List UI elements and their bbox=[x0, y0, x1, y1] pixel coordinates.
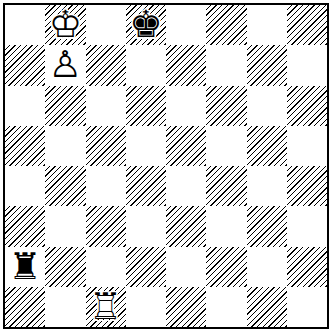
square-c7[interactable] bbox=[86, 45, 126, 85]
square-e6[interactable] bbox=[166, 86, 206, 126]
square-g7[interactable] bbox=[247, 45, 287, 85]
square-c6[interactable] bbox=[86, 86, 126, 126]
square-b4[interactable] bbox=[45, 166, 85, 206]
square-d3[interactable] bbox=[126, 206, 166, 246]
square-f6[interactable] bbox=[206, 86, 246, 126]
square-g4[interactable] bbox=[247, 166, 287, 206]
square-b3[interactable] bbox=[45, 206, 85, 246]
square-a5[interactable] bbox=[5, 126, 45, 166]
square-g3[interactable] bbox=[247, 206, 287, 246]
square-b2[interactable] bbox=[45, 247, 85, 287]
square-c8[interactable] bbox=[86, 5, 126, 45]
square-d7[interactable] bbox=[126, 45, 166, 85]
square-d1[interactable] bbox=[126, 287, 166, 327]
square-e7[interactable] bbox=[166, 45, 206, 85]
square-d2[interactable] bbox=[126, 247, 166, 287]
square-g8[interactable] bbox=[247, 5, 287, 45]
square-h4[interactable] bbox=[287, 166, 327, 206]
black-rook: ♜ bbox=[5, 247, 45, 287]
square-h5[interactable] bbox=[287, 126, 327, 166]
square-f7[interactable] bbox=[206, 45, 246, 85]
square-h1[interactable] bbox=[287, 287, 327, 327]
square-g5[interactable] bbox=[247, 126, 287, 166]
square-b6[interactable] bbox=[45, 86, 85, 126]
square-b7[interactable]: ♟♙ bbox=[45, 45, 85, 85]
square-f8[interactable] bbox=[206, 5, 246, 45]
square-f3[interactable] bbox=[206, 206, 246, 246]
square-h6[interactable] bbox=[287, 86, 327, 126]
square-h7[interactable] bbox=[287, 45, 327, 85]
square-c5[interactable] bbox=[86, 126, 126, 166]
white-rook: ♖ bbox=[86, 287, 126, 327]
square-c2[interactable] bbox=[86, 247, 126, 287]
square-f5[interactable] bbox=[206, 126, 246, 166]
square-h3[interactable] bbox=[287, 206, 327, 246]
square-h2[interactable] bbox=[287, 247, 327, 287]
square-f4[interactable] bbox=[206, 166, 246, 206]
chess-board: ♚♔♚♚♟♙♜♜♜♖ bbox=[5, 5, 327, 327]
black-king: ♚ bbox=[126, 5, 166, 45]
square-c4[interactable] bbox=[86, 166, 126, 206]
square-d8[interactable]: ♚♚ bbox=[126, 5, 166, 45]
white-pawn: ♙ bbox=[45, 45, 85, 85]
square-e1[interactable] bbox=[166, 287, 206, 327]
square-e3[interactable] bbox=[166, 206, 206, 246]
square-e2[interactable] bbox=[166, 247, 206, 287]
square-f2[interactable] bbox=[206, 247, 246, 287]
square-c3[interactable] bbox=[86, 206, 126, 246]
white-king: ♔ bbox=[45, 5, 85, 45]
square-e8[interactable] bbox=[166, 5, 206, 45]
square-a8[interactable] bbox=[5, 5, 45, 45]
square-a2[interactable]: ♜♜ bbox=[5, 247, 45, 287]
square-e4[interactable] bbox=[166, 166, 206, 206]
square-g6[interactable] bbox=[247, 86, 287, 126]
square-e5[interactable] bbox=[166, 126, 206, 166]
square-d4[interactable] bbox=[126, 166, 166, 206]
board-frame: ♚♔♚♚♟♙♜♜♜♖ bbox=[3, 3, 329, 329]
square-g1[interactable] bbox=[247, 287, 287, 327]
square-f1[interactable] bbox=[206, 287, 246, 327]
square-g2[interactable] bbox=[247, 247, 287, 287]
square-d5[interactable] bbox=[126, 126, 166, 166]
square-b5[interactable] bbox=[45, 126, 85, 166]
square-d6[interactable] bbox=[126, 86, 166, 126]
square-b1[interactable] bbox=[45, 287, 85, 327]
square-a4[interactable] bbox=[5, 166, 45, 206]
square-a3[interactable] bbox=[5, 206, 45, 246]
square-a6[interactable] bbox=[5, 86, 45, 126]
square-h8[interactable] bbox=[287, 5, 327, 45]
square-c1[interactable]: ♜♖ bbox=[86, 287, 126, 327]
square-a7[interactable] bbox=[5, 45, 45, 85]
square-a1[interactable] bbox=[5, 287, 45, 327]
square-b8[interactable]: ♚♔ bbox=[45, 5, 85, 45]
